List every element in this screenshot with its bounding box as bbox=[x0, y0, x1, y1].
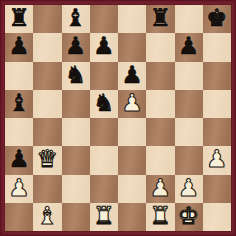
chess-board: ♜♝♜♚♟♟♟♟♞♟♝♞♟♟♛♟♟♟♟♝♜♜♚ bbox=[5, 5, 231, 231]
square-e1[interactable] bbox=[118, 203, 146, 231]
square-b4[interactable] bbox=[33, 118, 61, 146]
black-pawn-piece[interactable]: ♟ bbox=[8, 147, 30, 171]
white-queen-piece[interactable]: ♛ bbox=[37, 147, 59, 171]
square-d5[interactable]: ♞ bbox=[90, 90, 118, 118]
square-f7[interactable] bbox=[146, 33, 174, 61]
square-h4[interactable] bbox=[203, 118, 231, 146]
square-d6[interactable] bbox=[90, 62, 118, 90]
square-a8[interactable]: ♜ bbox=[5, 5, 33, 33]
square-d1[interactable]: ♜ bbox=[90, 203, 118, 231]
black-rook-piece[interactable]: ♜ bbox=[150, 6, 172, 30]
square-b6[interactable] bbox=[33, 62, 61, 90]
square-d8[interactable] bbox=[90, 5, 118, 33]
black-pawn-piece[interactable]: ♟ bbox=[178, 34, 200, 58]
square-f3[interactable] bbox=[146, 146, 174, 174]
square-e5[interactable]: ♟ bbox=[118, 90, 146, 118]
square-a7[interactable]: ♟ bbox=[5, 33, 33, 61]
black-pawn-piece[interactable]: ♟ bbox=[121, 63, 143, 87]
black-rook-piece[interactable]: ♜ bbox=[8, 6, 30, 30]
square-a1[interactable] bbox=[5, 203, 33, 231]
square-g7[interactable]: ♟ bbox=[175, 33, 203, 61]
black-pawn-piece[interactable]: ♟ bbox=[8, 34, 30, 58]
square-f5[interactable] bbox=[146, 90, 174, 118]
square-c1[interactable] bbox=[62, 203, 90, 231]
square-e8[interactable] bbox=[118, 5, 146, 33]
black-knight-piece[interactable]: ♞ bbox=[93, 91, 115, 115]
square-e7[interactable] bbox=[118, 33, 146, 61]
square-f4[interactable] bbox=[146, 118, 174, 146]
square-h3[interactable]: ♟ bbox=[203, 146, 231, 174]
black-pawn-piece[interactable]: ♟ bbox=[93, 34, 115, 58]
square-g6[interactable] bbox=[175, 62, 203, 90]
square-c7[interactable]: ♟ bbox=[62, 33, 90, 61]
white-pawn-piece[interactable]: ♟ bbox=[178, 176, 200, 200]
square-h7[interactable] bbox=[203, 33, 231, 61]
white-rook-piece[interactable]: ♜ bbox=[150, 204, 172, 228]
square-f1[interactable]: ♜ bbox=[146, 203, 174, 231]
square-f2[interactable]: ♟ bbox=[146, 175, 174, 203]
square-d2[interactable] bbox=[90, 175, 118, 203]
white-pawn-piece[interactable]: ♟ bbox=[121, 91, 143, 115]
white-rook-piece[interactable]: ♜ bbox=[93, 204, 115, 228]
square-a5[interactable]: ♝ bbox=[5, 90, 33, 118]
square-e6[interactable]: ♟ bbox=[118, 62, 146, 90]
square-b2[interactable] bbox=[33, 175, 61, 203]
square-e4[interactable] bbox=[118, 118, 146, 146]
square-g2[interactable]: ♟ bbox=[175, 175, 203, 203]
square-a3[interactable]: ♟ bbox=[5, 146, 33, 174]
square-h2[interactable] bbox=[203, 175, 231, 203]
square-b8[interactable] bbox=[33, 5, 61, 33]
square-g3[interactable] bbox=[175, 146, 203, 174]
square-b5[interactable] bbox=[33, 90, 61, 118]
black-pawn-piece[interactable]: ♟ bbox=[65, 34, 87, 58]
square-a6[interactable] bbox=[5, 62, 33, 90]
square-a2[interactable]: ♟ bbox=[5, 175, 33, 203]
white-king-piece[interactable]: ♚ bbox=[178, 204, 200, 228]
square-h1[interactable] bbox=[203, 203, 231, 231]
square-c6[interactable]: ♞ bbox=[62, 62, 90, 90]
black-bishop-piece[interactable]: ♝ bbox=[65, 6, 87, 30]
square-c4[interactable] bbox=[62, 118, 90, 146]
square-g8[interactable] bbox=[175, 5, 203, 33]
square-g5[interactable] bbox=[175, 90, 203, 118]
square-c8[interactable]: ♝ bbox=[62, 5, 90, 33]
black-bishop-piece[interactable]: ♝ bbox=[8, 91, 30, 115]
square-h6[interactable] bbox=[203, 62, 231, 90]
square-d4[interactable] bbox=[90, 118, 118, 146]
board-frame: ♜♝♜♚♟♟♟♟♞♟♝♞♟♟♛♟♟♟♟♝♜♜♚ bbox=[0, 0, 236, 236]
black-king-piece[interactable]: ♚ bbox=[206, 6, 228, 30]
square-g1[interactable]: ♚ bbox=[175, 203, 203, 231]
white-pawn-piece[interactable]: ♟ bbox=[206, 147, 228, 171]
square-h5[interactable] bbox=[203, 90, 231, 118]
square-d3[interactable] bbox=[90, 146, 118, 174]
square-b1[interactable]: ♝ bbox=[33, 203, 61, 231]
square-f6[interactable] bbox=[146, 62, 174, 90]
square-c3[interactable] bbox=[62, 146, 90, 174]
square-e3[interactable] bbox=[118, 146, 146, 174]
white-pawn-piece[interactable]: ♟ bbox=[8, 176, 30, 200]
square-d7[interactable]: ♟ bbox=[90, 33, 118, 61]
square-a4[interactable] bbox=[5, 118, 33, 146]
square-g4[interactable] bbox=[175, 118, 203, 146]
square-c2[interactable] bbox=[62, 175, 90, 203]
square-b7[interactable] bbox=[33, 33, 61, 61]
square-b3[interactable]: ♛ bbox=[33, 146, 61, 174]
square-e2[interactable] bbox=[118, 175, 146, 203]
square-f8[interactable]: ♜ bbox=[146, 5, 174, 33]
black-knight-piece[interactable]: ♞ bbox=[65, 63, 87, 87]
square-h8[interactable]: ♚ bbox=[203, 5, 231, 33]
square-c5[interactable] bbox=[62, 90, 90, 118]
white-pawn-piece[interactable]: ♟ bbox=[150, 176, 172, 200]
white-bishop-piece[interactable]: ♝ bbox=[37, 204, 59, 228]
